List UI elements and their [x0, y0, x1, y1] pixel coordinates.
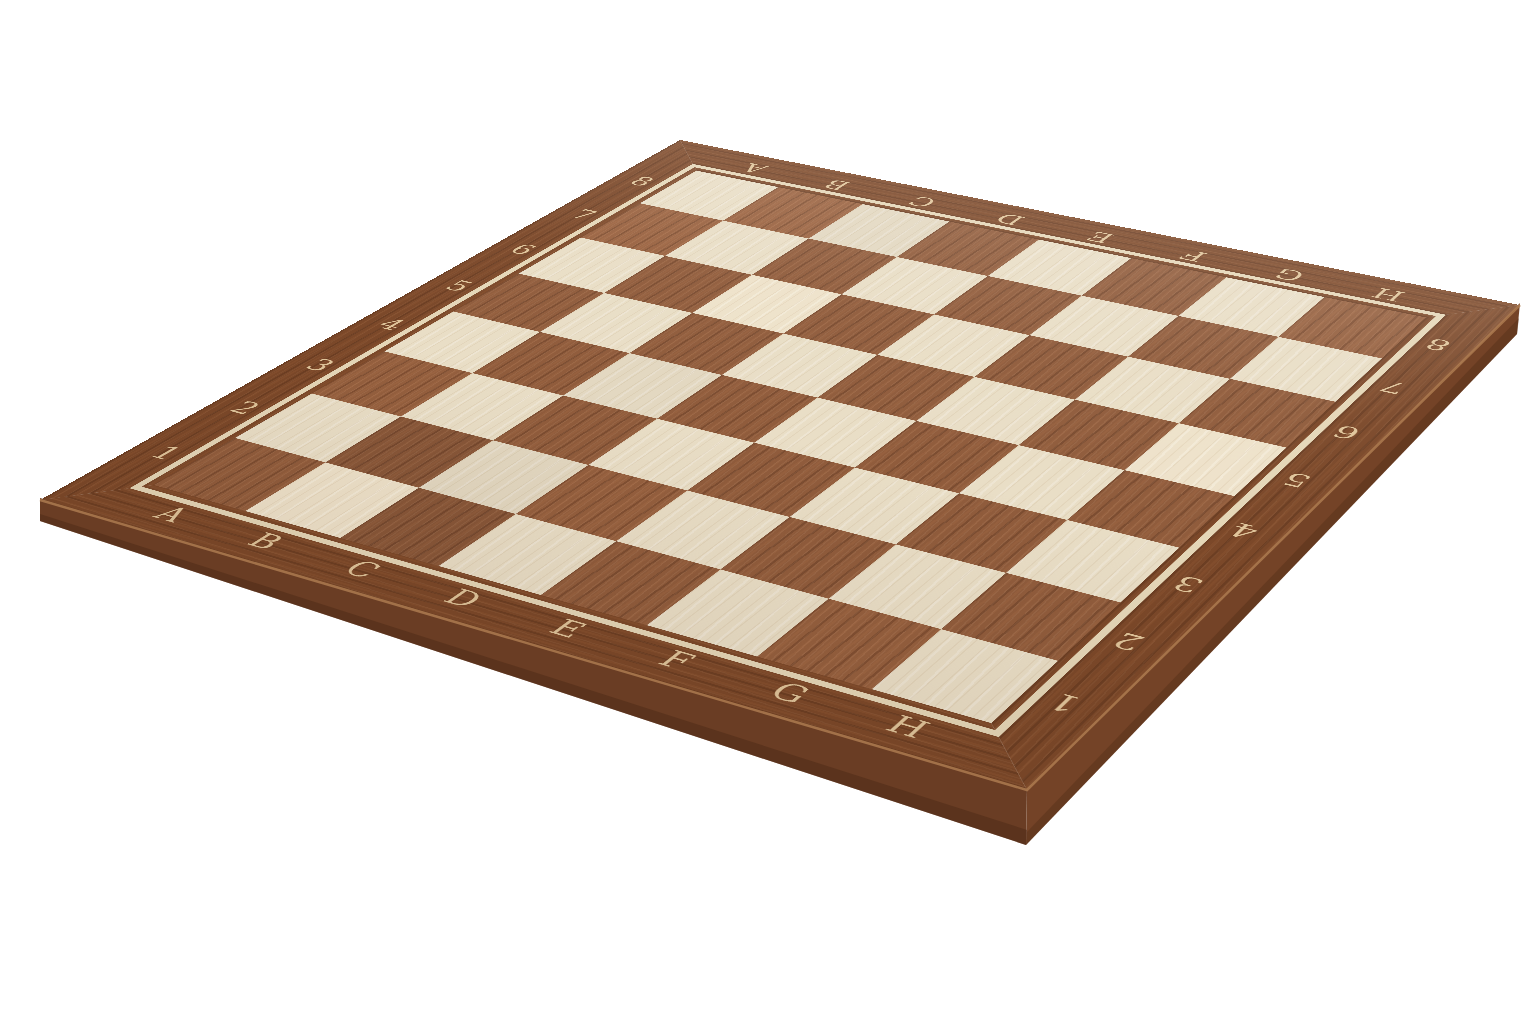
- chess-board: ABCDEFGH ABCDEFGH 87654321 87654321: [40, 140, 1520, 790]
- product-photo-stage: ABCDEFGH ABCDEFGH 87654321 87654321: [0, 0, 1536, 1024]
